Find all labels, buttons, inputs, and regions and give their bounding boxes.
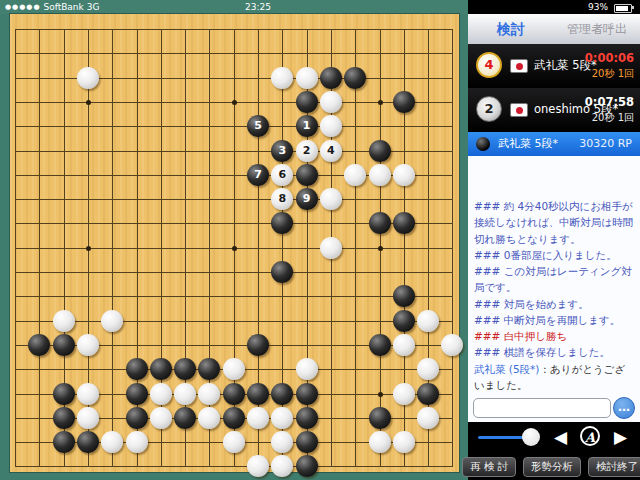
chat-message: ### 棋譜を保存しました。 — [474, 344, 635, 360]
white-stone — [271, 67, 293, 89]
star-point — [378, 392, 383, 397]
chat-message: 武礼菜 (5段*)：ありがとうございました。 — [474, 361, 635, 394]
chat-send-icon[interactable]: … — [613, 397, 635, 419]
chat-messages: ### 約 4分40秒以内にお相手が接続しなければ、中断対局は時間切れ勝ちとなり… — [468, 156, 640, 418]
white-stone — [77, 67, 99, 89]
chat-message: ### 白中押し勝ち — [474, 328, 635, 344]
player-byoyomi: 20秒 1回 — [592, 67, 634, 81]
white-stone — [271, 407, 293, 429]
white-stone — [77, 334, 99, 356]
status-bar-right: 93% — [468, 0, 640, 14]
japan-flag-icon — [510, 103, 528, 117]
star-point — [86, 100, 91, 105]
white-stone — [53, 310, 75, 332]
white-stone — [296, 67, 318, 89]
white-stone — [320, 237, 342, 259]
black-stone — [369, 334, 391, 356]
star-point — [86, 246, 91, 251]
white-stone — [150, 407, 172, 429]
white-stone — [393, 164, 415, 186]
black-stone — [28, 334, 50, 356]
player-card-black[interactable]: 4 武礼菜 5段* 0:00:06 20秒 1回 — [468, 44, 640, 89]
black-stone — [271, 261, 293, 283]
black-stone — [344, 67, 366, 89]
chat-message: ### 0番部屋に入りました。 — [474, 247, 635, 263]
white-stone — [198, 383, 220, 405]
white-stone — [393, 383, 415, 405]
signal-strength-icon: ●●●●● — [5, 3, 41, 11]
player-time: 0:00:06 — [585, 51, 634, 65]
white-stone — [150, 383, 172, 405]
auto-play-button[interactable]: A — [580, 426, 600, 446]
black-stone — [53, 431, 75, 453]
black-stone — [174, 407, 196, 429]
selected-player-name: 武礼菜 5段* — [498, 132, 558, 156]
status-clock: 23:25 — [228, 0, 288, 14]
byoyomi-clock-icon: 2 — [476, 96, 502, 122]
star-point — [232, 100, 237, 105]
black-stone — [53, 334, 75, 356]
black-stone — [393, 212, 415, 234]
black-stone: 5 — [247, 115, 269, 137]
white-stone — [417, 310, 439, 332]
black-stone — [393, 310, 415, 332]
black-stone — [393, 91, 415, 113]
player-card-white[interactable]: 2 oneshimo 5段* 0:07:58 20秒 1回 — [468, 88, 640, 133]
white-stone — [101, 431, 123, 453]
black-stone: 1 — [296, 115, 318, 137]
black-stone — [320, 67, 342, 89]
white-stone: 8 — [271, 188, 293, 210]
white-stone — [369, 164, 391, 186]
footer-buttons: 再 検 討 形勢分析 検討終了 — [468, 452, 640, 480]
black-stone — [174, 358, 196, 380]
white-stone: 2 — [296, 140, 318, 162]
black-stone — [53, 407, 75, 429]
white-stone — [417, 358, 439, 380]
black-stone — [296, 431, 318, 453]
prev-move-button[interactable]: ◀ — [554, 424, 567, 450]
tab-review[interactable]: 検討 — [468, 14, 554, 44]
byoyomi-clock-icon: 4 — [476, 52, 502, 78]
white-stone — [393, 431, 415, 453]
black-stone: 9 — [296, 188, 318, 210]
white-stone — [320, 188, 342, 210]
white-stone — [344, 164, 366, 186]
black-stone — [417, 383, 439, 405]
white-stone — [77, 383, 99, 405]
chat-input[interactable] — [473, 398, 611, 418]
black-stone — [369, 212, 391, 234]
black-stone — [271, 383, 293, 405]
white-stone — [271, 431, 293, 453]
move-slider-knob[interactable] — [522, 428, 540, 446]
white-stone — [320, 115, 342, 137]
black-stone — [369, 407, 391, 429]
white-stone — [417, 407, 439, 429]
white-stone: 6 — [271, 164, 293, 186]
black-stone — [53, 383, 75, 405]
black-stone — [369, 140, 391, 162]
battery-percent: 93% — [588, 0, 608, 14]
chat-panel[interactable]: ### 約 4分40秒以内にお相手が接続しなければ、中断対局は時間切れ勝ちとなり… — [468, 156, 640, 418]
chat-message: ### この対局はレーティング対局です。 — [474, 263, 635, 296]
black-stone — [296, 407, 318, 429]
black-stone — [126, 358, 148, 380]
black-stone — [393, 285, 415, 307]
selected-player-row[interactable]: 武礼菜 5段* 30320 RP — [468, 132, 640, 157]
black-stone — [296, 91, 318, 113]
move-control-bar: ◀ A ▶ — [468, 422, 640, 452]
player-byoyomi: 20秒 1回 — [592, 111, 634, 125]
black-stone — [223, 407, 245, 429]
white-stone — [441, 334, 463, 356]
white-stone — [198, 407, 220, 429]
black-stone — [296, 164, 318, 186]
white-stone — [77, 407, 99, 429]
selected-player-rating: 30320 RP — [579, 132, 632, 156]
black-stone-icon — [476, 137, 490, 151]
white-stone — [320, 91, 342, 113]
white-stone — [247, 455, 269, 477]
japan-flag-icon — [510, 59, 528, 73]
black-stone — [126, 383, 148, 405]
battery-icon — [614, 4, 632, 13]
black-stone — [223, 383, 245, 405]
app-screen: ●●●●● SoftBank 3G 23:25 93% 513247689 検討… — [0, 0, 640, 480]
white-stone — [393, 334, 415, 356]
star-point — [232, 246, 237, 251]
white-stone — [174, 383, 196, 405]
chat-speaker: 武礼菜 (5段*) — [474, 363, 539, 375]
black-stone — [271, 212, 293, 234]
white-stone — [223, 358, 245, 380]
chat-input-row: … — [468, 396, 640, 422]
black-stone: 3 — [271, 140, 293, 162]
position-analysis-button[interactable]: 形勢分析 — [523, 457, 581, 477]
star-point — [378, 100, 383, 105]
black-stone — [247, 334, 269, 356]
black-stone: 7 — [247, 164, 269, 186]
black-stone — [198, 358, 220, 380]
white-stone — [223, 431, 245, 453]
admin-call-button[interactable]: 管理者呼出 — [554, 14, 640, 44]
next-move-button[interactable]: ▶ — [614, 424, 627, 450]
sidebar-header: 検討 管理者呼出 — [468, 14, 640, 45]
black-stone — [126, 407, 148, 429]
carrier-info: ●●●●● SoftBank 3G — [5, 0, 99, 14]
chat-message: ### 対局を始めます。 — [474, 296, 635, 312]
black-stone — [296, 455, 318, 477]
star-point — [378, 246, 383, 251]
player-time: 0:07:58 — [585, 95, 634, 109]
review-sidebar: 検討 管理者呼出 4 武礼菜 5段* 0:00:06 20秒 1回 2 ones… — [468, 14, 640, 480]
chat-message: ### 中断対局を再開します。 — [474, 312, 635, 328]
white-stone — [126, 431, 148, 453]
go-board[interactable]: 513247689 — [10, 14, 459, 472]
white-stone: 4 — [320, 140, 342, 162]
black-stone — [150, 358, 172, 380]
network-label: 3G — [87, 2, 100, 12]
re-review-button[interactable]: 再 検 討 — [462, 457, 516, 477]
white-stone — [101, 310, 123, 332]
white-stone — [271, 455, 293, 477]
black-stone — [247, 383, 269, 405]
status-bar: ●●●●● SoftBank 3G 23:25 93% — [0, 0, 640, 14]
carrier-label: SoftBank — [43, 2, 83, 12]
white-stone — [247, 407, 269, 429]
black-stone — [77, 431, 99, 453]
chat-message: ### 約 4分40秒以内にお相手が接続しなければ、中断対局は時間切れ勝ちとなり… — [474, 198, 635, 247]
white-stone — [296, 358, 318, 380]
white-stone — [369, 431, 391, 453]
black-stone — [296, 383, 318, 405]
end-review-button[interactable]: 検討終了 — [588, 457, 640, 477]
